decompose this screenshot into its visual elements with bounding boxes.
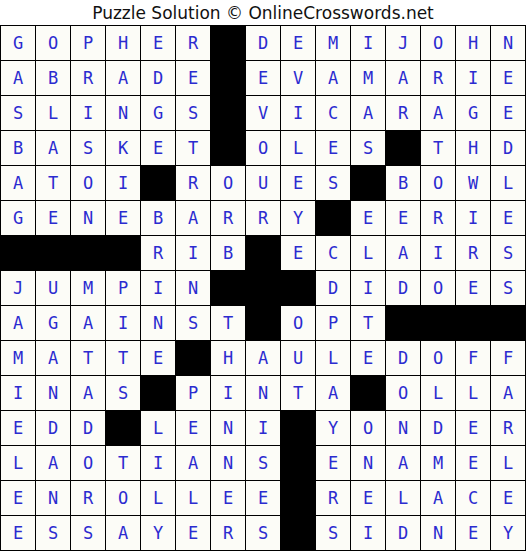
letter-cell-r8c6: N xyxy=(176,271,210,305)
letter-cell-r15c6: E xyxy=(176,516,210,550)
letter-cell-r12c7: N xyxy=(211,411,245,445)
letter-cell-r2c6: E xyxy=(176,61,210,95)
letter-cell-r1c3: P xyxy=(71,26,105,60)
letter-cell-r6c11: E xyxy=(351,201,385,235)
black-cell-r8c7 xyxy=(211,271,245,305)
black-cell-r9c12 xyxy=(386,306,420,340)
letter-cell-r13c7: N xyxy=(211,446,245,480)
letter-cell-r11c10: A xyxy=(316,376,350,410)
letter-cell-r6c13: R xyxy=(421,201,455,235)
letter-cell-r13c12: A xyxy=(386,446,420,480)
letter-cell-r2c10: A xyxy=(316,61,350,95)
letter-cell-r6c8: R xyxy=(246,201,280,235)
black-cell-r12c4 xyxy=(106,411,140,445)
letter-cell-r10c4: T xyxy=(106,341,140,375)
letter-cell-r4c10: E xyxy=(316,131,350,165)
letter-cell-r5c10: S xyxy=(316,166,350,200)
letter-cell-r2c15: E xyxy=(491,61,525,95)
letter-cell-r3c11: A xyxy=(351,96,385,130)
letter-cell-r4c13: T xyxy=(421,131,455,165)
letter-cell-r8c4: P xyxy=(106,271,140,305)
letter-cell-r6c12: E xyxy=(386,201,420,235)
letter-cell-r13c13: M xyxy=(421,446,455,480)
letter-cell-r10c11: E xyxy=(351,341,385,375)
letter-cell-r15c10: S xyxy=(316,516,350,550)
letter-cell-r5c9: E xyxy=(281,166,315,200)
letter-cell-r5c12: B xyxy=(386,166,420,200)
letter-cell-r15c3: S xyxy=(71,516,105,550)
letter-cell-r4c14: H xyxy=(456,131,490,165)
letter-cell-r9c10: P xyxy=(316,306,350,340)
letter-cell-r1c2: O xyxy=(36,26,70,60)
letter-cell-r9c5: N xyxy=(141,306,175,340)
black-cell-r11c11 xyxy=(351,376,385,410)
letter-cell-r10c13: O xyxy=(421,341,455,375)
letter-cell-r7c9: E xyxy=(281,236,315,270)
letter-cell-r12c12: N xyxy=(386,411,420,445)
black-cell-r11c5 xyxy=(141,376,175,410)
letter-cell-r11c9: T xyxy=(281,376,315,410)
letter-cell-r4c5: E xyxy=(141,131,175,165)
letter-cell-r5c4: I xyxy=(106,166,140,200)
letter-cell-r5c15: L xyxy=(491,166,525,200)
puzzle-solution-page: Puzzle Solution © OnlineCrosswords.net G… xyxy=(0,0,526,551)
letter-cell-r9c6: S xyxy=(176,306,210,340)
letter-cell-r4c4: K xyxy=(106,131,140,165)
letter-cell-r6c4: E xyxy=(106,201,140,235)
black-cell-r9c8 xyxy=(246,306,280,340)
letter-cell-r1c8: D xyxy=(246,26,280,60)
letter-cell-r4c2: A xyxy=(36,131,70,165)
letter-cell-r10c10: L xyxy=(316,341,350,375)
letter-cell-r9c7: T xyxy=(211,306,245,340)
letter-cell-r13c15: L xyxy=(491,446,525,480)
letter-cell-r1c1: G xyxy=(1,26,35,60)
letter-cell-r7c15: S xyxy=(491,236,525,270)
black-cell-r7c4 xyxy=(106,236,140,270)
letter-cell-r14c5: L xyxy=(141,481,175,515)
letter-cell-r13c2: A xyxy=(36,446,70,480)
letter-cell-r8c12: D xyxy=(386,271,420,305)
letter-cell-r13c10: E xyxy=(316,446,350,480)
black-cell-r7c1 xyxy=(1,236,35,270)
black-cell-r5c5 xyxy=(141,166,175,200)
black-cell-r8c9 xyxy=(281,271,315,305)
letter-cell-r8c13: O xyxy=(421,271,455,305)
letter-cell-r5c2: T xyxy=(36,166,70,200)
letter-cell-r8c2: U xyxy=(36,271,70,305)
letter-cell-r3c2: L xyxy=(36,96,70,130)
letter-cell-r15c14: E xyxy=(456,516,490,550)
letter-cell-r10c14: F xyxy=(456,341,490,375)
letter-cell-r14c11: E xyxy=(351,481,385,515)
letter-cell-r10c8: A xyxy=(246,341,280,375)
letter-cell-r13c14: E xyxy=(456,446,490,480)
letter-cell-r2c4: A xyxy=(106,61,140,95)
letter-cell-r12c15: R xyxy=(491,411,525,445)
page-title: Puzzle Solution © OnlineCrosswords.net xyxy=(0,0,526,25)
letter-cell-r15c12: D xyxy=(386,516,420,550)
letter-cell-r11c7: I xyxy=(211,376,245,410)
black-cell-r4c7 xyxy=(211,131,245,165)
letter-cell-r9c3: A xyxy=(71,306,105,340)
letter-cell-r9c9: O xyxy=(281,306,315,340)
letter-cell-r8c5: I xyxy=(141,271,175,305)
letter-cell-r8c1: J xyxy=(1,271,35,305)
black-cell-r2c7 xyxy=(211,61,245,95)
black-cell-r9c13 xyxy=(421,306,455,340)
letter-cell-r7c13: I xyxy=(421,236,455,270)
letter-cell-r3c6: S xyxy=(176,96,210,130)
letter-cell-r15c8: S xyxy=(246,516,280,550)
letter-cell-r3c5: G xyxy=(141,96,175,130)
letter-cell-r7c7: B xyxy=(211,236,245,270)
letter-cell-r2c13: R xyxy=(421,61,455,95)
letter-cell-r11c6: P xyxy=(176,376,210,410)
black-cell-r9c14 xyxy=(456,306,490,340)
letter-cell-r7c10: C xyxy=(316,236,350,270)
letter-cell-r6c3: N xyxy=(71,201,105,235)
letter-cell-r3c13: A xyxy=(421,96,455,130)
black-cell-r9c15 xyxy=(491,306,525,340)
letter-cell-r2c14: I xyxy=(456,61,490,95)
black-cell-r4c12 xyxy=(386,131,420,165)
letter-cell-r9c1: A xyxy=(1,306,35,340)
letter-cell-r3c14: G xyxy=(456,96,490,130)
letter-cell-r2c3: R xyxy=(71,61,105,95)
letter-cell-r14c10: R xyxy=(316,481,350,515)
letter-cell-r15c7: R xyxy=(211,516,245,550)
letter-cell-r6c7: R xyxy=(211,201,245,235)
letter-cell-r12c2: D xyxy=(36,411,70,445)
letter-cell-r15c15: Y xyxy=(491,516,525,550)
letter-cell-r5c6: R xyxy=(176,166,210,200)
letter-cell-r11c2: N xyxy=(36,376,70,410)
letter-cell-r12c8: I xyxy=(246,411,280,445)
letter-cell-r10c3: T xyxy=(71,341,105,375)
letter-cell-r13c6: A xyxy=(176,446,210,480)
letter-cell-r12c6: E xyxy=(176,411,210,445)
letter-cell-r8c3: M xyxy=(71,271,105,305)
letter-cell-r4c9: L xyxy=(281,131,315,165)
letter-cell-r1c5: E xyxy=(141,26,175,60)
letter-cell-r13c5: I xyxy=(141,446,175,480)
letter-cell-r4c1: B xyxy=(1,131,35,165)
letter-cell-r12c1: E xyxy=(1,411,35,445)
letter-cell-r2c5: D xyxy=(141,61,175,95)
black-cell-r1c7 xyxy=(211,26,245,60)
letter-cell-r1c9: E xyxy=(281,26,315,60)
letter-cell-r13c11: N xyxy=(351,446,385,480)
black-cell-r7c8 xyxy=(246,236,280,270)
letter-cell-r10c1: M xyxy=(1,341,35,375)
letter-cell-r4c15: D xyxy=(491,131,525,165)
letter-cell-r6c5: B xyxy=(141,201,175,235)
letter-cell-r1c10: M xyxy=(316,26,350,60)
letter-cell-r2c2: B xyxy=(36,61,70,95)
letter-cell-r14c6: L xyxy=(176,481,210,515)
letter-cell-r14c3: R xyxy=(71,481,105,515)
letter-cell-r6c1: G xyxy=(1,201,35,235)
letter-cell-r10c7: H xyxy=(211,341,245,375)
letter-cell-r3c3: I xyxy=(71,96,105,130)
letter-cell-r15c5: Y xyxy=(141,516,175,550)
letter-cell-r10c15: F xyxy=(491,341,525,375)
black-cell-r10c6 xyxy=(176,341,210,375)
letter-cell-r9c4: I xyxy=(106,306,140,340)
letter-cell-r14c1: E xyxy=(1,481,35,515)
black-cell-r14c9 xyxy=(281,481,315,515)
letter-cell-r8c14: E xyxy=(456,271,490,305)
letter-cell-r3c4: N xyxy=(106,96,140,130)
letter-cell-r9c2: G xyxy=(36,306,70,340)
letter-cell-r11c8: N xyxy=(246,376,280,410)
letter-cell-r15c1: E xyxy=(1,516,35,550)
letter-cell-r10c2: A xyxy=(36,341,70,375)
letter-cell-r10c5: E xyxy=(141,341,175,375)
letter-cell-r11c15: A xyxy=(491,376,525,410)
letter-cell-r5c7: O xyxy=(211,166,245,200)
letter-cell-r5c13: O xyxy=(421,166,455,200)
letter-cell-r4c8: O xyxy=(246,131,280,165)
letter-cell-r2c9: V xyxy=(281,61,315,95)
letter-cell-r5c3: O xyxy=(71,166,105,200)
letter-cell-r7c12: A xyxy=(386,236,420,270)
letter-cell-r15c13: N xyxy=(421,516,455,550)
letter-cell-r11c1: I xyxy=(1,376,35,410)
letter-cell-r9c11: T xyxy=(351,306,385,340)
letter-cell-r1c11: I xyxy=(351,26,385,60)
letter-cell-r8c11: I xyxy=(351,271,385,305)
letter-cell-r7c6: I xyxy=(176,236,210,270)
letter-cell-r3c1: S xyxy=(1,96,35,130)
letter-cell-r8c10: D xyxy=(316,271,350,305)
letter-cell-r14c15: E xyxy=(491,481,525,515)
black-cell-r3c7 xyxy=(211,96,245,130)
letter-cell-r12c3: D xyxy=(71,411,105,445)
letter-cell-r14c14: C xyxy=(456,481,490,515)
letter-cell-r1c4: H xyxy=(106,26,140,60)
letter-cell-r13c4: T xyxy=(106,446,140,480)
letter-cell-r2c12: A xyxy=(386,61,420,95)
letter-cell-r6c9: Y xyxy=(281,201,315,235)
letter-cell-r12c11: O xyxy=(351,411,385,445)
letter-cell-r14c8: E xyxy=(246,481,280,515)
letter-cell-r3c12: R xyxy=(386,96,420,130)
letter-cell-r1c6: R xyxy=(176,26,210,60)
black-cell-r5c11 xyxy=(351,166,385,200)
letter-cell-r12c14: E xyxy=(456,411,490,445)
letter-cell-r11c12: O xyxy=(386,376,420,410)
letter-cell-r13c3: O xyxy=(71,446,105,480)
letter-cell-r2c8: E xyxy=(246,61,280,95)
letter-cell-r3c9: I xyxy=(281,96,315,130)
black-cell-r7c3 xyxy=(71,236,105,270)
letter-cell-r4c11: S xyxy=(351,131,385,165)
letter-cell-r1c12: J xyxy=(386,26,420,60)
letter-cell-r3c10: C xyxy=(316,96,350,130)
letter-cell-r6c15: E xyxy=(491,201,525,235)
letter-cell-r10c12: D xyxy=(386,341,420,375)
letter-cell-r7c5: R xyxy=(141,236,175,270)
black-cell-r12c9 xyxy=(281,411,315,445)
letter-cell-r4c6: T xyxy=(176,131,210,165)
letter-cell-r14c2: N xyxy=(36,481,70,515)
letter-cell-r15c11: I xyxy=(351,516,385,550)
letter-cell-r5c14: W xyxy=(456,166,490,200)
letter-cell-r11c3: A xyxy=(71,376,105,410)
black-cell-r8c8 xyxy=(246,271,280,305)
letter-cell-r7c11: L xyxy=(351,236,385,270)
letter-cell-r6c6: A xyxy=(176,201,210,235)
letter-cell-r11c14: L xyxy=(456,376,490,410)
letter-cell-r15c4: A xyxy=(106,516,140,550)
letter-cell-r14c13: A xyxy=(421,481,455,515)
letter-cell-r8c15: S xyxy=(491,271,525,305)
letter-cell-r11c13: L xyxy=(421,376,455,410)
letter-cell-r5c1: A xyxy=(1,166,35,200)
letter-cell-r1c13: O xyxy=(421,26,455,60)
letter-cell-r10c9: U xyxy=(281,341,315,375)
letter-cell-r2c11: M xyxy=(351,61,385,95)
crossword-grid: GOPHERDEMIJOHNABRADEEVAMARIESLINGSVICARA… xyxy=(0,25,526,551)
black-cell-r15c9 xyxy=(281,516,315,550)
letter-cell-r1c15: N xyxy=(491,26,525,60)
letter-cell-r2c1: A xyxy=(1,61,35,95)
letter-cell-r13c1: L xyxy=(1,446,35,480)
black-cell-r7c2 xyxy=(36,236,70,270)
letter-cell-r12c10: Y xyxy=(316,411,350,445)
letter-cell-r4c3: S xyxy=(71,131,105,165)
letter-cell-r13c8: S xyxy=(246,446,280,480)
letter-cell-r14c4: O xyxy=(106,481,140,515)
letter-cell-r15c2: S xyxy=(36,516,70,550)
black-cell-r6c10 xyxy=(316,201,350,235)
letter-cell-r5c8: U xyxy=(246,166,280,200)
letter-cell-r1c14: H xyxy=(456,26,490,60)
letter-cell-r6c2: E xyxy=(36,201,70,235)
letter-cell-r14c7: E xyxy=(211,481,245,515)
letter-cell-r3c8: V xyxy=(246,96,280,130)
letter-cell-r11c4: S xyxy=(106,376,140,410)
letter-cell-r12c5: L xyxy=(141,411,175,445)
letter-cell-r12c13: D xyxy=(421,411,455,445)
letter-cell-r3c15: E xyxy=(491,96,525,130)
letter-cell-r14c12: L xyxy=(386,481,420,515)
letter-cell-r7c14: R xyxy=(456,236,490,270)
black-cell-r13c9 xyxy=(281,446,315,480)
letter-cell-r6c14: I xyxy=(456,201,490,235)
